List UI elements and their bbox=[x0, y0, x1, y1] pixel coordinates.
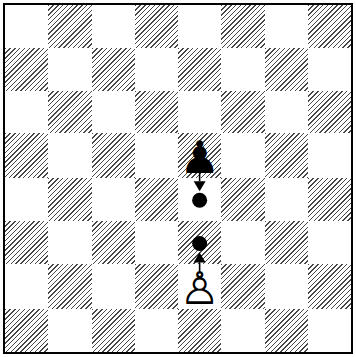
square-c5[interactable] bbox=[92, 133, 135, 178]
square-h7[interactable] bbox=[308, 48, 351, 91]
square-e5[interactable]: ♟ bbox=[178, 133, 221, 178]
square-b5[interactable] bbox=[48, 133, 91, 178]
square-f2[interactable] bbox=[221, 264, 264, 309]
square-c3[interactable] bbox=[92, 221, 135, 264]
square-d7[interactable] bbox=[135, 48, 178, 91]
square-d1[interactable] bbox=[135, 309, 178, 352]
square-b8[interactable] bbox=[48, 5, 91, 48]
square-b7[interactable] bbox=[48, 48, 91, 91]
square-f4[interactable] bbox=[221, 178, 264, 221]
square-f1[interactable] bbox=[221, 309, 264, 352]
square-e1[interactable] bbox=[178, 309, 221, 352]
square-c8[interactable] bbox=[92, 5, 135, 48]
square-c1[interactable] bbox=[92, 309, 135, 352]
square-b4[interactable] bbox=[48, 178, 91, 221]
square-e8[interactable] bbox=[178, 5, 221, 48]
square-g6[interactable] bbox=[265, 91, 308, 134]
square-a1[interactable] bbox=[5, 309, 48, 352]
white-pawn[interactable]: ♙ bbox=[179, 266, 219, 311]
board-frame: ♟♙ bbox=[3, 3, 353, 354]
square-g2[interactable] bbox=[265, 264, 308, 309]
chess-board-grid: ♟♙ bbox=[5, 5, 351, 352]
square-e3[interactable] bbox=[178, 221, 221, 264]
chess-diagram: ♟♙ bbox=[0, 0, 356, 357]
square-h3[interactable] bbox=[308, 221, 351, 264]
square-e7[interactable] bbox=[178, 48, 221, 91]
square-h2[interactable] bbox=[308, 264, 351, 309]
square-b6[interactable] bbox=[48, 91, 91, 134]
square-f3[interactable] bbox=[221, 221, 264, 264]
square-h4[interactable] bbox=[308, 178, 351, 221]
square-g5[interactable] bbox=[265, 133, 308, 178]
square-a8[interactable] bbox=[5, 5, 48, 48]
square-g1[interactable] bbox=[265, 309, 308, 352]
square-e6[interactable] bbox=[178, 91, 221, 134]
square-d4[interactable] bbox=[135, 178, 178, 221]
square-e2[interactable]: ♙ bbox=[178, 264, 221, 309]
square-g3[interactable] bbox=[265, 221, 308, 264]
square-a6[interactable] bbox=[5, 91, 48, 134]
square-h6[interactable] bbox=[308, 91, 351, 134]
square-c7[interactable] bbox=[92, 48, 135, 91]
square-b2[interactable] bbox=[48, 264, 91, 309]
square-f6[interactable] bbox=[221, 91, 264, 134]
square-d6[interactable] bbox=[135, 91, 178, 134]
square-g4[interactable] bbox=[265, 178, 308, 221]
square-b1[interactable] bbox=[48, 309, 91, 352]
square-h8[interactable] bbox=[308, 5, 351, 48]
square-h1[interactable] bbox=[308, 309, 351, 352]
square-a2[interactable] bbox=[5, 264, 48, 309]
square-e4[interactable] bbox=[178, 178, 221, 221]
square-c6[interactable] bbox=[92, 91, 135, 134]
square-a4[interactable] bbox=[5, 178, 48, 221]
square-h5[interactable] bbox=[308, 133, 351, 178]
square-c2[interactable] bbox=[92, 264, 135, 309]
square-d3[interactable] bbox=[135, 221, 178, 264]
square-f7[interactable] bbox=[221, 48, 264, 91]
square-g7[interactable] bbox=[265, 48, 308, 91]
square-f8[interactable] bbox=[221, 5, 264, 48]
square-a3[interactable] bbox=[5, 221, 48, 264]
square-g8[interactable] bbox=[265, 5, 308, 48]
square-a5[interactable] bbox=[5, 133, 48, 178]
square-d8[interactable] bbox=[135, 5, 178, 48]
square-b3[interactable] bbox=[48, 221, 91, 264]
square-f5[interactable] bbox=[221, 133, 264, 178]
square-d5[interactable] bbox=[135, 133, 178, 178]
square-a7[interactable] bbox=[5, 48, 48, 91]
square-d2[interactable] bbox=[135, 264, 178, 309]
square-c4[interactable] bbox=[92, 178, 135, 221]
black-pawn[interactable]: ♟ bbox=[179, 135, 219, 180]
